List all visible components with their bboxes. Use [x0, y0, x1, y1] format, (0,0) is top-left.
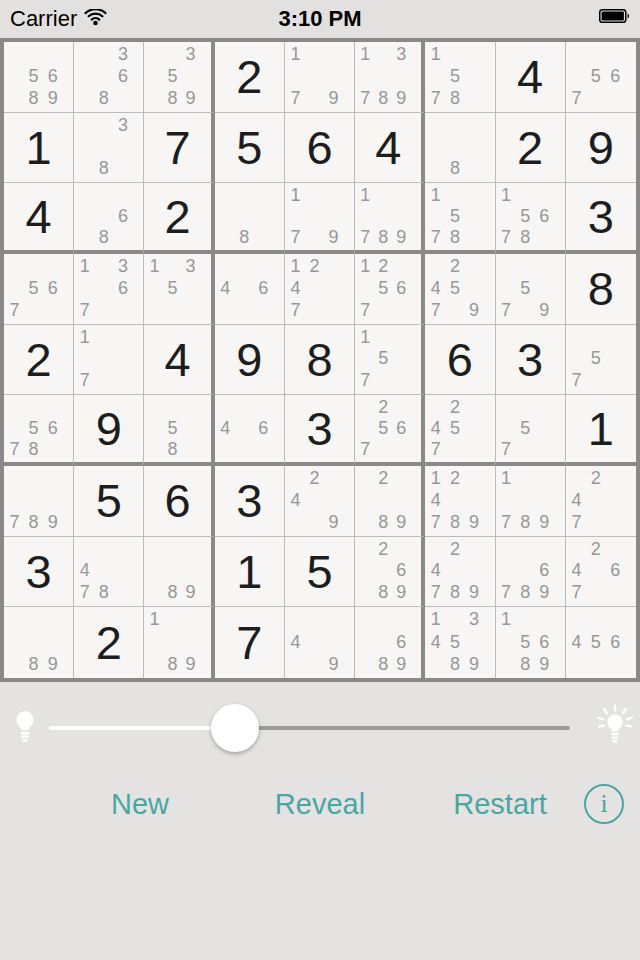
cell-r7c2[interactable]: 5 [74, 466, 144, 537]
pencil-marks: 456 [567, 608, 625, 675]
pencil-marks: 46 [216, 255, 273, 321]
pencil-marks: 5689 [5, 43, 62, 109]
placed-digit: 3 [588, 193, 614, 240]
wifi-icon [84, 9, 107, 30]
cell-r4c7[interactable]: 24579 [425, 254, 495, 325]
cell-r5c3[interactable]: 4 [144, 325, 214, 396]
cell-r2c5[interactable]: 6 [285, 113, 355, 184]
pencil-marks: 38 [75, 114, 132, 180]
cell-r5c8[interactable]: 3 [496, 325, 566, 396]
cell-r2c7[interactable]: 8 [425, 113, 495, 184]
cell-r1c7[interactable]: 1578 [425, 42, 495, 113]
cell-r4c8[interactable]: 579 [496, 254, 566, 325]
placed-digit: 3 [236, 477, 262, 524]
cell-r5c5[interactable]: 8 [285, 325, 355, 396]
placed-digit: 3 [306, 405, 332, 452]
placed-digit: 8 [306, 336, 332, 383]
cell-r6c1[interactable]: 5678 [4, 395, 74, 466]
cell-r7c6[interactable]: 289 [355, 466, 425, 537]
cell-r1c2[interactable]: 368 [74, 42, 144, 113]
pencil-marks: 134589 [426, 608, 483, 675]
cell-r7c4[interactable]: 3 [215, 466, 285, 537]
placed-digit: 4 [164, 336, 190, 383]
cell-r4c3[interactable]: 135 [144, 254, 214, 325]
pencil-marks: 567 [5, 255, 62, 321]
cell-r9c6[interactable]: 689 [355, 607, 425, 678]
pencil-marks: 567 [567, 43, 625, 109]
cell-r3c8[interactable]: 15678 [496, 183, 566, 254]
pencil-marks: 189 [145, 608, 199, 675]
cell-r9c9[interactable]: 456 [566, 607, 636, 678]
pencil-marks: 6789 [497, 538, 554, 604]
pencil-marks: 1578 [426, 43, 483, 109]
pencil-marks: 789 [5, 467, 62, 533]
cell-r6c5[interactable]: 3 [285, 395, 355, 466]
cell-r8c6[interactable]: 2689 [355, 537, 425, 608]
cell-r2c8[interactable]: 2 [496, 113, 566, 184]
cell-r7c3[interactable]: 6 [144, 466, 214, 537]
cell-r2c4[interactable]: 5 [215, 113, 285, 184]
cell-r9c8[interactable]: 15689 [496, 607, 566, 678]
placed-digit: 6 [164, 477, 190, 524]
pencil-marks: 1789 [497, 467, 554, 533]
cell-r9c4[interactable]: 7 [215, 607, 285, 678]
cell-r3c3[interactable]: 2 [144, 183, 214, 254]
pencil-marks: 49 [286, 608, 343, 675]
placed-digit: 2 [236, 53, 262, 100]
placed-digit: 6 [447, 336, 473, 383]
cell-r3c7[interactable]: 1578 [425, 183, 495, 254]
placed-digit: 2 [517, 124, 543, 171]
cell-r8c5[interactable]: 5 [285, 537, 355, 608]
cell-r4c1[interactable]: 567 [4, 254, 74, 325]
cell-r2c1[interactable]: 1 [4, 113, 74, 184]
cell-r6c8[interactable]: 57 [496, 395, 566, 466]
pencil-marks: 247 [567, 467, 625, 533]
placed-digit: 1 [588, 405, 614, 452]
cell-r4c5[interactable]: 1247 [285, 254, 355, 325]
cell-r8c9[interactable]: 2467 [566, 537, 636, 608]
cell-r3c2[interactable]: 68 [74, 183, 144, 254]
cell-r3c5[interactable]: 179 [285, 183, 355, 254]
placed-digit: 9 [236, 336, 262, 383]
pencil-marks: 135 [145, 255, 199, 321]
pencil-marks: 1789 [356, 184, 410, 247]
pencil-marks: 478 [75, 538, 132, 604]
pencil-marks: 579 [497, 255, 554, 321]
status-bar: Carrier 3:10 PM [0, 0, 640, 38]
bulb-bright-icon [596, 704, 634, 756]
cell-r4c9[interactable]: 8 [566, 254, 636, 325]
cell-r6c4[interactable]: 46 [215, 395, 285, 466]
cell-r8c4[interactable]: 1 [215, 537, 285, 608]
pencil-marks: 1367 [75, 255, 132, 321]
placed-digit: 4 [517, 53, 543, 100]
pencil-marks: 5678 [5, 396, 62, 459]
cell-r2c6[interactable]: 4 [355, 113, 425, 184]
cell-r5c2[interactable]: 17 [74, 325, 144, 396]
pencil-marks: 157 [356, 326, 410, 392]
cell-r5c9[interactable]: 57 [566, 325, 636, 396]
cell-r7c5[interactable]: 249 [285, 466, 355, 537]
placed-digit: 8 [588, 265, 614, 312]
placed-digit: 2 [96, 619, 122, 666]
cell-r8c2[interactable]: 478 [74, 537, 144, 608]
restart-button[interactable]: Restart [447, 782, 552, 826]
placed-digit: 5 [96, 477, 122, 524]
pencil-marks: 368 [75, 43, 132, 109]
placed-digit: 6 [306, 124, 332, 171]
cell-r7c9[interactable]: 247 [566, 466, 636, 537]
placed-digit: 7 [164, 124, 190, 171]
cell-r3c6[interactable]: 1789 [355, 183, 425, 254]
pencil-marks: 12567 [356, 255, 410, 321]
cell-r9c2[interactable]: 2 [74, 607, 144, 678]
pencil-marks: 249 [286, 467, 343, 533]
cell-r2c2[interactable]: 38 [74, 113, 144, 184]
cell-r9c5[interactable]: 49 [285, 607, 355, 678]
carrier-label: Carrier [10, 6, 77, 32]
pencil-marks: 58 [145, 396, 199, 459]
pencil-marks: 8 [426, 114, 483, 180]
cell-r1c3[interactable]: 3589 [144, 42, 214, 113]
cell-r6c2[interactable]: 9 [74, 395, 144, 466]
pencil-marks: 1578 [426, 184, 483, 247]
pencil-marks: 89 [5, 608, 62, 675]
cell-r8c3[interactable]: 89 [144, 537, 214, 608]
pencil-marks: 89 [145, 538, 199, 604]
pencil-marks: 289 [356, 467, 410, 533]
cell-r3c4[interactable]: 8 [215, 183, 285, 254]
reveal-button[interactable]: Reveal [269, 782, 371, 826]
cell-r6c9[interactable]: 1 [566, 395, 636, 466]
cell-r9c3[interactable]: 189 [144, 607, 214, 678]
pencil-marks: 15689 [497, 608, 554, 675]
cell-r2c9[interactable]: 9 [566, 113, 636, 184]
cell-r1c8[interactable]: 4 [496, 42, 566, 113]
cell-r4c2[interactable]: 1367 [74, 254, 144, 325]
cell-r5c1[interactable]: 2 [4, 325, 74, 396]
cell-r4c6[interactable]: 12567 [355, 254, 425, 325]
pencil-marks: 689 [356, 608, 410, 675]
pencil-marks: 68 [75, 184, 132, 247]
cell-r5c4[interactable]: 9 [215, 325, 285, 396]
pencil-marks: 2567 [356, 396, 410, 459]
slider-track-fill [48, 726, 214, 730]
cell-r9c7[interactable]: 134589 [425, 607, 495, 678]
placed-digit: 5 [306, 548, 332, 595]
controls-panel: New Reveal Restart i [0, 682, 640, 960]
cell-r1c6[interactable]: 13789 [355, 42, 425, 113]
pencil-marks: 179 [286, 184, 343, 247]
placed-digit: 5 [236, 124, 262, 171]
cell-r7c8[interactable]: 1789 [496, 466, 566, 537]
pencil-marks: 24579 [426, 255, 483, 321]
cell-r7c7[interactable]: 124789 [425, 466, 495, 537]
cell-r6c6[interactable]: 2567 [355, 395, 425, 466]
brightness-slider [0, 682, 640, 778]
cell-r8c8[interactable]: 6789 [496, 537, 566, 608]
placed-digit: 4 [375, 124, 401, 171]
cell-r7c1[interactable]: 789 [4, 466, 74, 537]
pencil-marks: 57 [567, 326, 625, 392]
placed-digit: 9 [96, 405, 122, 452]
placed-digit: 2 [26, 336, 52, 383]
pencil-marks: 13789 [356, 43, 410, 109]
cell-r6c3[interactable]: 58 [144, 395, 214, 466]
pencil-marks: 179 [286, 43, 343, 109]
cell-r8c7[interactable]: 24789 [425, 537, 495, 608]
bulb-dim-icon [12, 708, 38, 752]
placed-digit: 7 [236, 619, 262, 666]
cell-r1c9[interactable]: 567 [566, 42, 636, 113]
pencil-marks: 15678 [497, 184, 554, 247]
cell-r1c1[interactable]: 5689 [4, 42, 74, 113]
pencil-marks: 17 [75, 326, 132, 392]
sudoku-board: 5689368358921791378915784567138756482946… [0, 38, 640, 682]
pencil-marks: 3589 [145, 43, 199, 109]
cell-r2c3[interactable]: 7 [144, 113, 214, 184]
cell-r3c9[interactable]: 3 [566, 183, 636, 254]
pencil-marks: 2467 [567, 538, 625, 604]
placed-digit: 1 [236, 548, 262, 595]
pencil-marks: 24789 [426, 538, 483, 604]
cell-r3c1[interactable]: 4 [4, 183, 74, 254]
pencil-marks: 2457 [426, 396, 483, 459]
placed-digit: 3 [517, 336, 543, 383]
placed-digit: 3 [26, 548, 52, 595]
pencil-marks: 2689 [356, 538, 410, 604]
cell-r8c1[interactable]: 3 [4, 537, 74, 608]
pencil-marks: 124789 [426, 467, 483, 533]
cell-r6c7[interactable]: 2457 [425, 395, 495, 466]
battery-icon [599, 9, 630, 27]
cell-r1c5[interactable]: 179 [285, 42, 355, 113]
placed-digit: 4 [26, 193, 52, 240]
info-button[interactable]: i [584, 784, 624, 824]
pencil-marks: 1247 [286, 255, 343, 321]
pencil-marks: 8 [216, 184, 273, 247]
placed-digit: 2 [164, 193, 190, 240]
placed-digit: 9 [588, 124, 614, 171]
cell-r1c4[interactable]: 2 [215, 42, 285, 113]
pencil-marks: 46 [216, 396, 273, 459]
placed-digit: 1 [26, 124, 52, 171]
cell-r5c7[interactable]: 6 [425, 325, 495, 396]
slider-thumb[interactable] [211, 704, 259, 752]
cell-r9c1[interactable]: 89 [4, 607, 74, 678]
cell-r4c4[interactable]: 46 [215, 254, 285, 325]
new-button[interactable]: New [105, 782, 175, 826]
cell-r5c6[interactable]: 157 [355, 325, 425, 396]
pencil-marks: 57 [497, 396, 554, 459]
